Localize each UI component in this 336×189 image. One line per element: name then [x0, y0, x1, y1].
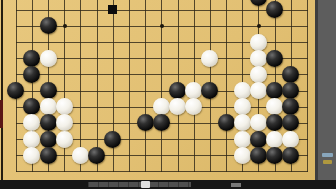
white-stone [40, 50, 57, 67]
star-point [257, 24, 261, 28]
white-stone [56, 114, 73, 131]
white-stone [250, 34, 267, 51]
white-stone [234, 114, 251, 131]
black-stone [250, 131, 267, 148]
sidebar-badge-icon [323, 160, 332, 164]
black-stone [282, 66, 299, 83]
white-stone [56, 98, 73, 115]
black-stone [250, 147, 267, 164]
white-stone [234, 131, 251, 148]
grid-line-horizontal [16, 10, 308, 11]
board-left-edge-line [1, 0, 3, 180]
video-frame [0, 0, 336, 189]
white-stone [201, 50, 218, 67]
white-stone [23, 147, 40, 164]
sidebar-text-icon [322, 153, 333, 157]
black-stone [282, 114, 299, 131]
white-stone [153, 98, 170, 115]
white-stone [169, 98, 186, 115]
white-stone [40, 98, 57, 115]
white-stone [234, 82, 251, 99]
white-stone [266, 98, 283, 115]
white-stone [185, 82, 202, 99]
black-stone [23, 66, 40, 83]
scrubber-handle[interactable] [141, 181, 150, 188]
black-stone [88, 147, 105, 164]
white-stone [72, 147, 89, 164]
black-stone [40, 147, 57, 164]
square-move-marker [108, 5, 117, 14]
white-stone [266, 131, 283, 148]
black-stone [40, 17, 57, 34]
black-stone [169, 82, 186, 99]
right-sidebar [318, 0, 336, 180]
video-control-bar [0, 180, 336, 189]
star-point [160, 24, 164, 28]
white-stone [56, 131, 73, 148]
white-stone [185, 98, 202, 115]
go-board [0, 0, 318, 180]
black-stone [266, 114, 283, 131]
black-stone [250, 0, 267, 6]
white-stone [23, 131, 40, 148]
black-stone [104, 131, 121, 148]
black-stone [282, 82, 299, 99]
white-stone [250, 50, 267, 67]
black-stone [153, 114, 170, 131]
star-point [63, 24, 67, 28]
window-edge-artifact [0, 100, 3, 128]
scrubber-segment [231, 183, 241, 187]
black-stone [266, 50, 283, 67]
black-stone [266, 1, 283, 18]
white-stone [250, 66, 267, 83]
white-stone [234, 147, 251, 164]
black-stone [282, 147, 299, 164]
scrubber-track[interactable] [88, 182, 191, 187]
grid-line-horizontal [16, 171, 308, 172]
black-stone [7, 82, 24, 99]
black-stone [137, 114, 154, 131]
white-stone [23, 114, 40, 131]
black-stone [282, 98, 299, 115]
white-stone [250, 82, 267, 99]
white-stone [250, 114, 267, 131]
white-stone [234, 98, 251, 115]
black-stone [23, 50, 40, 67]
white-stone [282, 131, 299, 148]
black-stone [40, 82, 57, 99]
black-stone [40, 114, 57, 131]
black-stone [201, 82, 218, 99]
black-stone [218, 114, 235, 131]
black-stone [266, 82, 283, 99]
black-stone [23, 98, 40, 115]
black-stone [40, 131, 57, 148]
black-stone [266, 147, 283, 164]
